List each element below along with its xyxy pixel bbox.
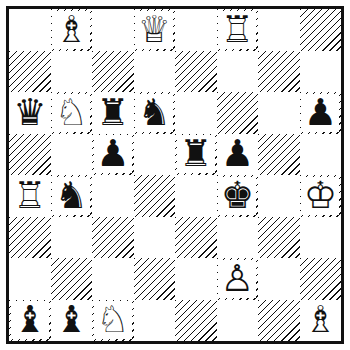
square-g3[interactable] [258, 217, 300, 259]
piece-black-queen: ♛ [11, 94, 49, 132]
square-f4[interactable]: ♚ [217, 175, 259, 217]
piece-white-rook: ♖ [218, 11, 256, 49]
piece-black-pawn: ♟ [218, 135, 256, 173]
piece-white-knight: ♘ [52, 94, 90, 132]
square-e5[interactable]: ♜ [175, 134, 217, 176]
square-f2[interactable]: ♙ [217, 258, 259, 300]
piece-white-rook: ♖ [11, 177, 49, 215]
square-f5[interactable]: ♟ [217, 134, 259, 176]
piece-black-knight: ♞ [52, 177, 90, 215]
square-h7[interactable] [300, 51, 342, 93]
square-c7[interactable] [92, 51, 134, 93]
piece-black-king: ♚ [218, 177, 256, 215]
piece-black-pawn: ♟ [301, 94, 339, 132]
square-a4[interactable]: ♖ [9, 175, 51, 217]
piece-black-rook: ♜ [94, 94, 132, 132]
square-f6[interactable] [217, 92, 259, 134]
square-f1[interactable] [217, 300, 259, 342]
square-d6[interactable]: ♞ [134, 92, 176, 134]
square-h1[interactable]: ♗ [300, 300, 342, 342]
square-f3[interactable] [217, 217, 259, 259]
square-a7[interactable] [9, 51, 51, 93]
square-g4[interactable] [258, 175, 300, 217]
square-c2[interactable] [92, 258, 134, 300]
square-c5[interactable]: ♟ [92, 134, 134, 176]
square-b7[interactable] [51, 51, 93, 93]
piece-white-queen: ♕ [135, 11, 173, 49]
square-c3[interactable] [92, 217, 134, 259]
piece-white-pawn: ♙ [218, 260, 256, 298]
square-h8[interactable] [300, 9, 342, 51]
square-e6[interactable] [175, 92, 217, 134]
square-a8[interactable] [9, 9, 51, 51]
square-h4[interactable]: ♔ [300, 175, 342, 217]
piece-black-knight: ♞ [135, 94, 173, 132]
square-f8[interactable]: ♖ [217, 9, 259, 51]
square-d7[interactable] [134, 51, 176, 93]
piece-black-pawn: ♟ [94, 135, 132, 173]
piece-black-bishop: ♝ [52, 301, 90, 339]
square-e4[interactable] [175, 175, 217, 217]
square-e1[interactable] [175, 300, 217, 342]
chessboard-frame: ♗♕♖♛♘♜♞♟♟♜♟♖♞♚♔♙♝♝♘♗ [6, 6, 344, 344]
square-f7[interactable] [217, 51, 259, 93]
square-a6[interactable]: ♛ [9, 92, 51, 134]
square-g6[interactable] [258, 92, 300, 134]
square-g2[interactable] [258, 258, 300, 300]
piece-black-rook: ♜ [177, 135, 215, 173]
square-a2[interactable] [9, 258, 51, 300]
square-c4[interactable] [92, 175, 134, 217]
square-d8[interactable]: ♕ [134, 9, 176, 51]
square-e3[interactable] [175, 217, 217, 259]
square-d5[interactable] [134, 134, 176, 176]
square-h6[interactable]: ♟ [300, 92, 342, 134]
square-g1[interactable] [258, 300, 300, 342]
square-g5[interactable] [258, 134, 300, 176]
square-e7[interactable] [175, 51, 217, 93]
square-g7[interactable] [258, 51, 300, 93]
piece-white-bishop: ♗ [52, 11, 90, 49]
square-e2[interactable] [175, 258, 217, 300]
square-d3[interactable] [134, 217, 176, 259]
piece-white-bishop: ♗ [301, 301, 339, 339]
square-b4[interactable]: ♞ [51, 175, 93, 217]
square-b1[interactable]: ♝ [51, 300, 93, 342]
piece-white-knight: ♘ [94, 301, 132, 339]
square-b2[interactable] [51, 258, 93, 300]
square-a1[interactable]: ♝ [9, 300, 51, 342]
square-d4[interactable] [134, 175, 176, 217]
square-h2[interactable] [300, 258, 342, 300]
square-a3[interactable] [9, 217, 51, 259]
square-e8[interactable] [175, 9, 217, 51]
square-b3[interactable] [51, 217, 93, 259]
square-b6[interactable]: ♘ [51, 92, 93, 134]
piece-black-bishop: ♝ [11, 301, 49, 339]
square-b8[interactable]: ♗ [51, 9, 93, 51]
square-g8[interactable] [258, 9, 300, 51]
piece-white-king: ♔ [301, 177, 339, 215]
square-d2[interactable] [134, 258, 176, 300]
square-c8[interactable] [92, 9, 134, 51]
square-b5[interactable] [51, 134, 93, 176]
chessboard: ♗♕♖♛♘♜♞♟♟♜♟♖♞♚♔♙♝♝♘♗ [9, 9, 341, 341]
square-a5[interactable] [9, 134, 51, 176]
square-d1[interactable] [134, 300, 176, 342]
square-h5[interactable] [300, 134, 342, 176]
square-c1[interactable]: ♘ [92, 300, 134, 342]
square-c6[interactable]: ♜ [92, 92, 134, 134]
square-h3[interactable] [300, 217, 342, 259]
